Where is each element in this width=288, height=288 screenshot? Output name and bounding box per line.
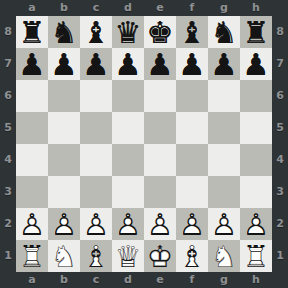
piece-white-rook[interactable]: ♜♖ [16, 240, 48, 272]
piece-black-knight[interactable]: ♞♘ [48, 16, 80, 48]
square-d6[interactable] [112, 80, 144, 112]
square-h8[interactable]: ♜♖ [240, 16, 272, 48]
square-h2[interactable]: ♟♙ [240, 208, 272, 240]
piece-outline-glyph: ♙ [208, 48, 240, 80]
piece-black-pawn[interactable]: ♟♙ [240, 48, 272, 80]
square-a2[interactable]: ♟♙ [16, 208, 48, 240]
piece-black-queen[interactable]: ♛♕ [112, 16, 144, 48]
square-f1[interactable]: ♝♗ [176, 240, 208, 272]
square-a6[interactable] [16, 80, 48, 112]
square-e2[interactable]: ♟♙ [144, 208, 176, 240]
rank-label-left-8: 8 [0, 16, 16, 48]
square-h4[interactable] [240, 144, 272, 176]
file-label-bottom-e: e [144, 272, 176, 288]
file-label-top-e: e [144, 0, 176, 16]
square-f8[interactable]: ♝♗ [176, 16, 208, 48]
piece-white-pawn[interactable]: ♟♙ [176, 208, 208, 240]
piece-outline-glyph: ♙ [240, 208, 272, 240]
file-label-top-a: a [16, 0, 48, 16]
square-b2[interactable]: ♟♙ [48, 208, 80, 240]
square-c2[interactable]: ♟♙ [80, 208, 112, 240]
square-e8[interactable]: ♚♔ [144, 16, 176, 48]
piece-outline-glyph: ♙ [112, 208, 144, 240]
file-label-top-d: d [112, 0, 144, 16]
square-b5[interactable] [48, 112, 80, 144]
square-a8[interactable]: ♜♖ [16, 16, 48, 48]
square-f5[interactable] [176, 112, 208, 144]
piece-black-rook[interactable]: ♜♖ [16, 16, 48, 48]
square-d2[interactable]: ♟♙ [112, 208, 144, 240]
piece-black-pawn[interactable]: ♟♙ [208, 48, 240, 80]
piece-outline-glyph: ♘ [48, 240, 80, 272]
piece-white-pawn[interactable]: ♟♙ [112, 208, 144, 240]
piece-outline-glyph: ♙ [16, 48, 48, 80]
square-c7[interactable]: ♟♙ [80, 48, 112, 80]
square-b3[interactable] [48, 176, 80, 208]
file-label-top-h: h [240, 0, 272, 16]
rank-label-left-4: 4 [0, 144, 16, 176]
file-label-top-g: g [208, 0, 240, 16]
square-g2[interactable]: ♟♙ [208, 208, 240, 240]
piece-black-king[interactable]: ♚♔ [144, 16, 176, 48]
piece-outline-glyph: ♕ [112, 16, 144, 48]
square-b8[interactable]: ♞♘ [48, 16, 80, 48]
piece-black-bishop[interactable]: ♝♗ [80, 16, 112, 48]
square-d4[interactable] [112, 144, 144, 176]
piece-white-rook[interactable]: ♜♖ [240, 240, 272, 272]
piece-black-pawn[interactable]: ♟♙ [80, 48, 112, 80]
piece-outline-glyph: ♙ [48, 48, 80, 80]
square-h3[interactable] [240, 176, 272, 208]
chess-board-frame: ♜♖♞♘♝♗♛♕♚♔♝♗♞♘♜♖♟♙♟♙♟♙♟♙♟♙♟♙♟♙♟♙♟♙♟♙♟♙♟♙… [0, 0, 288, 288]
square-h7[interactable]: ♟♙ [240, 48, 272, 80]
piece-outline-glyph: ♙ [208, 208, 240, 240]
square-c6[interactable] [80, 80, 112, 112]
piece-outline-glyph: ♙ [112, 48, 144, 80]
piece-outline-glyph: ♙ [80, 48, 112, 80]
piece-black-pawn[interactable]: ♟♙ [144, 48, 176, 80]
square-g1[interactable]: ♞♘ [208, 240, 240, 272]
piece-white-pawn[interactable]: ♟♙ [16, 208, 48, 240]
piece-black-pawn[interactable]: ♟♙ [176, 48, 208, 80]
piece-outline-glyph: ♙ [176, 48, 208, 80]
rank-label-left-7: 7 [0, 48, 16, 80]
file-label-bottom-g: g [208, 272, 240, 288]
piece-white-knight[interactable]: ♞♘ [208, 240, 240, 272]
piece-outline-glyph: ♗ [176, 16, 208, 48]
rank-label-right-3: 3 [272, 176, 288, 208]
square-e3[interactable] [144, 176, 176, 208]
piece-outline-glyph: ♖ [240, 16, 272, 48]
file-label-bottom-a: a [16, 272, 48, 288]
square-g8[interactable]: ♞♘ [208, 16, 240, 48]
square-c4[interactable] [80, 144, 112, 176]
piece-outline-glyph: ♘ [208, 16, 240, 48]
square-f3[interactable] [176, 176, 208, 208]
piece-outline-glyph: ♖ [16, 16, 48, 48]
rank-label-left-2: 2 [0, 208, 16, 240]
file-label-bottom-f: f [176, 272, 208, 288]
square-b1[interactable]: ♞♘ [48, 240, 80, 272]
rank-label-right-5: 5 [272, 112, 288, 144]
piece-white-knight[interactable]: ♞♘ [48, 240, 80, 272]
square-e4[interactable] [144, 144, 176, 176]
file-label-top-c: c [80, 0, 112, 16]
piece-outline-glyph: ♙ [48, 208, 80, 240]
piece-white-pawn[interactable]: ♟♙ [208, 208, 240, 240]
piece-white-bishop[interactable]: ♝♗ [176, 240, 208, 272]
square-c3[interactable] [80, 176, 112, 208]
square-d1[interactable]: ♛♕ [112, 240, 144, 272]
rank-label-left-1: 1 [0, 240, 16, 272]
square-g5[interactable] [208, 112, 240, 144]
piece-outline-glyph: ♗ [176, 240, 208, 272]
square-f7[interactable]: ♟♙ [176, 48, 208, 80]
square-f6[interactable] [176, 80, 208, 112]
square-a4[interactable] [16, 144, 48, 176]
rank-label-right-6: 6 [272, 80, 288, 112]
file-label-top-f: f [176, 0, 208, 16]
square-d7[interactable]: ♟♙ [112, 48, 144, 80]
piece-white-pawn[interactable]: ♟♙ [240, 208, 272, 240]
square-e6[interactable] [144, 80, 176, 112]
piece-black-rook[interactable]: ♜♖ [240, 16, 272, 48]
square-b7[interactable]: ♟♙ [48, 48, 80, 80]
piece-outline-glyph: ♖ [16, 240, 48, 272]
piece-outline-glyph: ♘ [208, 240, 240, 272]
square-d8[interactable]: ♛♕ [112, 16, 144, 48]
piece-black-pawn[interactable]: ♟♙ [16, 48, 48, 80]
square-c5[interactable] [80, 112, 112, 144]
square-e7[interactable]: ♟♙ [144, 48, 176, 80]
file-label-bottom-h: h [240, 272, 272, 288]
square-a5[interactable] [16, 112, 48, 144]
chess-board: ♜♖♞♘♝♗♛♕♚♔♝♗♞♘♜♖♟♙♟♙♟♙♟♙♟♙♟♙♟♙♟♙♟♙♟♙♟♙♟♙… [16, 16, 272, 272]
file-label-bottom-d: d [112, 272, 144, 288]
square-a1[interactable]: ♜♖ [16, 240, 48, 272]
piece-white-pawn[interactable]: ♟♙ [48, 208, 80, 240]
piece-outline-glyph: ♙ [16, 208, 48, 240]
piece-outline-glyph: ♔ [144, 16, 176, 48]
square-e1[interactable]: ♚♔ [144, 240, 176, 272]
square-e5[interactable] [144, 112, 176, 144]
square-b4[interactable] [48, 144, 80, 176]
piece-black-knight[interactable]: ♞♘ [208, 16, 240, 48]
square-c8[interactable]: ♝♗ [80, 16, 112, 48]
piece-outline-glyph: ♙ [176, 208, 208, 240]
rank-label-right-4: 4 [272, 144, 288, 176]
piece-outline-glyph: ♙ [80, 208, 112, 240]
square-g7[interactable]: ♟♙ [208, 48, 240, 80]
piece-outline-glyph: ♕ [112, 240, 144, 272]
piece-outline-glyph: ♙ [240, 48, 272, 80]
rank-label-right-8: 8 [272, 16, 288, 48]
file-label-bottom-c: c [80, 272, 112, 288]
file-label-bottom-b: b [48, 272, 80, 288]
piece-black-pawn[interactable]: ♟♙ [48, 48, 80, 80]
piece-black-bishop[interactable]: ♝♗ [176, 16, 208, 48]
square-a7[interactable]: ♟♙ [16, 48, 48, 80]
square-h1[interactable]: ♜♖ [240, 240, 272, 272]
piece-white-king[interactable]: ♚♔ [144, 240, 176, 272]
piece-outline-glyph: ♗ [80, 16, 112, 48]
piece-white-queen[interactable]: ♛♕ [112, 240, 144, 272]
rank-label-left-5: 5 [0, 112, 16, 144]
rank-label-right-2: 2 [272, 208, 288, 240]
piece-white-pawn[interactable]: ♟♙ [144, 208, 176, 240]
square-d5[interactable] [112, 112, 144, 144]
square-d3[interactable] [112, 176, 144, 208]
rank-label-right-7: 7 [272, 48, 288, 80]
piece-outline-glyph: ♘ [48, 16, 80, 48]
piece-white-bishop[interactable]: ♝♗ [80, 240, 112, 272]
file-label-top-b: b [48, 0, 80, 16]
square-f4[interactable] [176, 144, 208, 176]
piece-outline-glyph: ♙ [144, 208, 176, 240]
piece-outline-glyph: ♔ [144, 240, 176, 272]
square-f2[interactable]: ♟♙ [176, 208, 208, 240]
piece-outline-glyph: ♖ [240, 240, 272, 272]
piece-outline-glyph: ♗ [80, 240, 112, 272]
piece-outline-glyph: ♙ [144, 48, 176, 80]
square-h6[interactable] [240, 80, 272, 112]
square-b6[interactable] [48, 80, 80, 112]
rank-label-left-6: 6 [0, 80, 16, 112]
square-c1[interactable]: ♝♗ [80, 240, 112, 272]
square-g6[interactable] [208, 80, 240, 112]
piece-black-pawn[interactable]: ♟♙ [112, 48, 144, 80]
rank-label-right-1: 1 [272, 240, 288, 272]
square-a3[interactable] [16, 176, 48, 208]
square-g4[interactable] [208, 144, 240, 176]
rank-label-left-3: 3 [0, 176, 16, 208]
square-g3[interactable] [208, 176, 240, 208]
piece-white-pawn[interactable]: ♟♙ [80, 208, 112, 240]
square-h5[interactable] [240, 112, 272, 144]
